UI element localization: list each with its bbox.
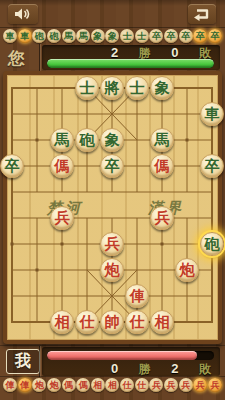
board-piece-black[interactable]: 卒 [0, 154, 24, 178]
captured-piece-black: 車 [3, 29, 17, 43]
board-piece-black[interactable]: 卒 [100, 154, 124, 178]
opponent-time-fill [47, 59, 214, 68]
opponent-panel: 您 2 勝 0 敗 [0, 44, 225, 71]
captured-red-tray: 俥俥炮炮傌傌相相仕仕兵兵兵兵兵 [0, 376, 225, 393]
board-piece-black[interactable]: 士 [75, 76, 99, 100]
player-time-fill [47, 351, 197, 360]
board-piece-red[interactable]: 兵 [150, 206, 174, 230]
captured-piece-red: 兵 [149, 378, 163, 392]
board-piece-black[interactable]: 車 [200, 102, 224, 126]
player-wins: 0 [111, 361, 118, 376]
board-piece-red[interactable]: 兵 [100, 232, 124, 256]
opponent-time-bar [47, 59, 214, 68]
captured-piece-black: 士 [135, 29, 149, 43]
board-piece-black[interactable]: 卒 [200, 154, 224, 178]
opponent-losses: 0 [171, 45, 178, 60]
captured-piece-red: 相 [105, 378, 119, 392]
captured-piece-red: 兵 [208, 378, 222, 392]
board-piece-black[interactable]: 象 [100, 128, 124, 152]
captured-piece-red: 仕 [120, 378, 134, 392]
captured-piece-red: 傌 [76, 378, 90, 392]
captured-piece-black: 砲 [47, 29, 61, 43]
player-name: 我 [15, 351, 31, 372]
captured-piece-black: 馬 [76, 29, 90, 43]
board-piece-red[interactable]: 仕 [75, 310, 99, 334]
opponent-wins: 2 [111, 45, 118, 60]
captured-piece-red: 相 [91, 378, 105, 392]
captured-piece-black: 卒 [193, 29, 207, 43]
captured-piece-black: 卒 [149, 29, 163, 43]
board-piece-red[interactable]: 俥 [125, 284, 149, 308]
captured-piece-black: 車 [18, 29, 32, 43]
captured-piece-red: 傌 [62, 378, 76, 392]
board-piece-red[interactable]: 相 [50, 310, 74, 334]
captured-piece-black: 象 [91, 29, 105, 43]
board-piece-red[interactable]: 兵 [50, 206, 74, 230]
board-piece-black[interactable]: 將 [100, 76, 124, 100]
board-piece-black[interactable]: 砲 [75, 128, 99, 152]
captured-piece-red: 兵 [193, 378, 207, 392]
board-piece-red[interactable]: 帥 [100, 310, 124, 334]
board-piece-black[interactable]: 馬 [50, 128, 74, 152]
board-piece-red[interactable]: 傌 [50, 154, 74, 178]
xiangqi-board[interactable]: 楚河 漢界 士將士象車馬砲象馬卒傌卒傌卒兵兵兵砲炮炮俥相仕帥仕相 [3, 71, 222, 344]
player-time-bar [47, 351, 214, 360]
sound-button[interactable] [8, 4, 38, 24]
captured-piece-red: 俥 [18, 378, 32, 392]
captured-piece-black: 士 [120, 29, 134, 43]
captured-piece-red: 仕 [135, 378, 149, 392]
opponent-name: 您 [8, 47, 25, 70]
player-panel: 我 0 勝 2 敗 [0, 345, 225, 377]
divider [39, 44, 40, 71]
captured-piece-red: 兵 [179, 378, 193, 392]
captured-piece-black: 卒 [164, 29, 178, 43]
back-arrow-icon [193, 7, 211, 21]
captured-piece-black: 卒 [179, 29, 193, 43]
captured-piece-red: 俥 [3, 378, 17, 392]
board-piece-red[interactable]: 相 [150, 310, 174, 334]
player-name-box: 我 [6, 349, 40, 374]
back-button[interactable] [188, 4, 216, 24]
board-piece-red[interactable]: 炮 [175, 258, 199, 282]
captured-black-tray: 車車砲砲馬馬象象士士卒卒卒卒卒 [0, 27, 225, 44]
captured-piece-black: 砲 [32, 29, 46, 43]
captured-piece-black: 卒 [208, 29, 222, 43]
captured-piece-black: 象 [105, 29, 119, 43]
captured-piece-black: 馬 [62, 29, 76, 43]
board-piece-black[interactable]: 馬 [150, 128, 174, 152]
player-losses: 2 [171, 361, 178, 376]
xiangqi-app: 車車砲砲馬馬象象士士卒卒卒卒卒 您 2 勝 0 敗 楚河 漢界 士將士象車馬砲象… [0, 0, 225, 400]
board-piece-black[interactable]: 士 [125, 76, 149, 100]
captured-piece-red: 炮 [47, 378, 61, 392]
captured-piece-red: 兵 [164, 378, 178, 392]
board-grid [7, 75, 218, 340]
board-piece-red[interactable]: 炮 [100, 258, 124, 282]
board-piece-red[interactable]: 仕 [125, 310, 149, 334]
divider [39, 346, 40, 377]
speaker-icon [14, 7, 32, 21]
board-piece-black[interactable]: 砲 [200, 232, 224, 256]
board-piece-red[interactable]: 傌 [150, 154, 174, 178]
captured-piece-red: 炮 [32, 378, 46, 392]
board-piece-black[interactable]: 象 [150, 76, 174, 100]
